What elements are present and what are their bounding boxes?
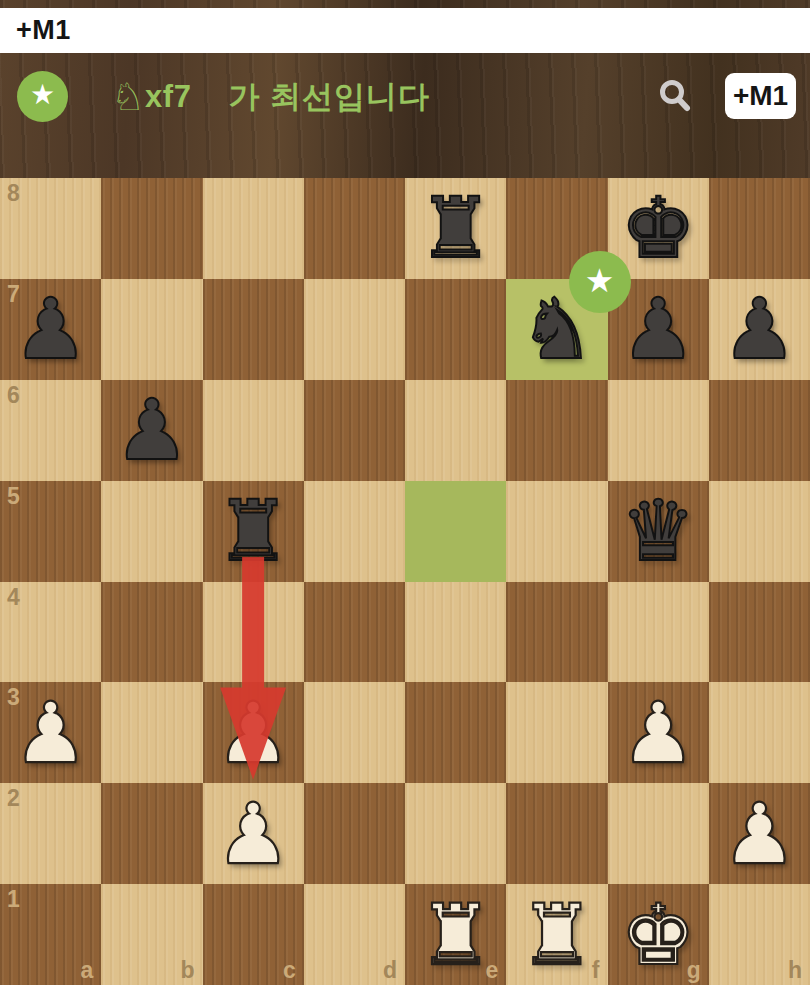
- square-c1[interactable]: c: [203, 884, 304, 985]
- square-d7[interactable]: [304, 279, 405, 380]
- square-h2[interactable]: ♟: [709, 783, 810, 884]
- rank-label-4: 4: [7, 584, 20, 611]
- knight-icon: ♘: [111, 78, 145, 116]
- eval-text: +M1: [16, 15, 71, 46]
- black-queen[interactable]: ♛: [608, 481, 709, 582]
- square-e6[interactable]: [405, 380, 506, 481]
- square-b4[interactable]: [101, 582, 202, 683]
- square-c6[interactable]: [203, 380, 304, 481]
- square-h4[interactable]: [709, 582, 810, 683]
- file-label-c: c: [283, 957, 296, 984]
- black-pawn[interactable]: ♟: [709, 279, 810, 380]
- file-label-h: h: [788, 957, 802, 984]
- square-h6[interactable]: [709, 380, 810, 481]
- square-h7[interactable]: ♟: [709, 279, 810, 380]
- white-pawn[interactable]: ♟: [203, 783, 304, 884]
- square-h3[interactable]: [709, 682, 810, 783]
- square-d3[interactable]: [304, 682, 405, 783]
- rank-label-5: 5: [7, 483, 20, 510]
- square-g4[interactable]: [608, 582, 709, 683]
- square-e5[interactable]: [405, 481, 506, 582]
- square-h5[interactable]: [709, 481, 810, 582]
- rank-label-8: 8: [7, 180, 20, 207]
- rank-label-1: 1: [7, 886, 20, 913]
- chess-analysis-app: +M1 ★ ♘xf7가 최선입니다 +M1 8♜♚7♟♞♟♟6♟5♜♛43♟♟♟…: [0, 0, 810, 985]
- black-rook[interactable]: ♜: [203, 481, 304, 582]
- square-a8[interactable]: 8: [0, 178, 101, 279]
- square-f2[interactable]: [506, 783, 607, 884]
- star-icon: ★: [585, 264, 615, 297]
- white-king[interactable]: ♚: [608, 884, 709, 985]
- square-b5[interactable]: [101, 481, 202, 582]
- square-g1[interactable]: g♚: [608, 884, 709, 985]
- square-h1[interactable]: h: [709, 884, 810, 985]
- eval-badge-button[interactable]: +M1: [725, 73, 796, 119]
- square-f1[interactable]: f♜: [506, 884, 607, 985]
- square-c3[interactable]: ♟: [203, 682, 304, 783]
- square-e4[interactable]: [405, 582, 506, 683]
- black-rook[interactable]: ♜: [405, 178, 506, 279]
- square-a3[interactable]: 3♟: [0, 682, 101, 783]
- square-c4[interactable]: [203, 582, 304, 683]
- square-b2[interactable]: [101, 783, 202, 884]
- square-g5[interactable]: ♛: [608, 481, 709, 582]
- square-g2[interactable]: [608, 783, 709, 884]
- square-b3[interactable]: [101, 682, 202, 783]
- square-d1[interactable]: d: [304, 884, 405, 985]
- square-e2[interactable]: [405, 783, 506, 884]
- square-b1[interactable]: b: [101, 884, 202, 985]
- square-b7[interactable]: [101, 279, 202, 380]
- square-e3[interactable]: [405, 682, 506, 783]
- square-a7[interactable]: 7♟: [0, 279, 101, 380]
- square-f4[interactable]: [506, 582, 607, 683]
- black-pawn[interactable]: ♟: [101, 380, 202, 481]
- square-a2[interactable]: 2: [0, 783, 101, 884]
- square-e8[interactable]: ♜: [405, 178, 506, 279]
- square-f5[interactable]: [506, 481, 607, 582]
- search-icon: [657, 78, 693, 114]
- best-move-square: xf7: [145, 79, 191, 115]
- square-c2[interactable]: ♟: [203, 783, 304, 884]
- square-d8[interactable]: [304, 178, 405, 279]
- square-f3[interactable]: [506, 682, 607, 783]
- eval-bar: +M1: [0, 8, 810, 53]
- search-button[interactable]: [655, 76, 695, 116]
- file-label-d: d: [383, 957, 397, 984]
- square-a5[interactable]: 5: [0, 481, 101, 582]
- best-move-star-badge: ★: [569, 251, 631, 313]
- white-rook[interactable]: ♜: [506, 884, 607, 985]
- square-e1[interactable]: e♜: [405, 884, 506, 985]
- white-pawn[interactable]: ♟: [0, 682, 101, 783]
- analysis-toolbar: ★ ♘xf7가 최선입니다 +M1: [0, 53, 810, 178]
- best-move-suffix: 가 최선입니다: [228, 76, 430, 118]
- wood-background-top: [0, 0, 810, 8]
- square-g3[interactable]: ♟: [608, 682, 709, 783]
- square-a1[interactable]: 1a: [0, 884, 101, 985]
- white-pawn[interactable]: ♟: [608, 682, 709, 783]
- black-pawn[interactable]: ♟: [0, 279, 101, 380]
- star-icon: ★: [30, 81, 55, 109]
- white-pawn[interactable]: ♟: [709, 783, 810, 884]
- file-label-a: a: [80, 957, 93, 984]
- white-rook[interactable]: ♜: [405, 884, 506, 985]
- square-d5[interactable]: [304, 481, 405, 582]
- square-d2[interactable]: [304, 783, 405, 884]
- square-a4[interactable]: 4: [0, 582, 101, 683]
- square-f6[interactable]: [506, 380, 607, 481]
- file-label-b: b: [180, 957, 194, 984]
- square-b6[interactable]: ♟: [101, 380, 202, 481]
- white-pawn[interactable]: ♟: [203, 682, 304, 783]
- square-c8[interactable]: [203, 178, 304, 279]
- square-c7[interactable]: [203, 279, 304, 380]
- best-move-badge: ★: [17, 71, 68, 122]
- square-g6[interactable]: [608, 380, 709, 481]
- square-d6[interactable]: [304, 380, 405, 481]
- square-b8[interactable]: [101, 178, 202, 279]
- square-d4[interactable]: [304, 582, 405, 683]
- rank-label-6: 6: [7, 382, 20, 409]
- rank-label-2: 2: [7, 785, 20, 812]
- square-a6[interactable]: 6: [0, 380, 101, 481]
- square-h8[interactable]: [709, 178, 810, 279]
- best-move-text: ♘xf7가 최선입니다: [111, 75, 430, 118]
- square-e7[interactable]: [405, 279, 506, 380]
- square-c5[interactable]: ♜: [203, 481, 304, 582]
- chess-board[interactable]: 8♜♚7♟♞♟♟6♟5♜♛43♟♟♟2♟♟1abcde♜f♜g♚h: [0, 178, 810, 985]
